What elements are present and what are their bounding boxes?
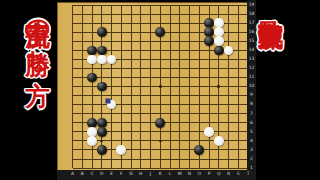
row-number-label: 15 xyxy=(247,39,256,44)
row-number-label: 9 xyxy=(247,93,256,98)
column-letter-label: H xyxy=(139,172,142,177)
black-stone xyxy=(155,118,165,128)
row-number-label: 10 xyxy=(247,84,256,89)
column-letter-label: M xyxy=(178,172,182,177)
row-number-label: 8 xyxy=(247,102,256,107)
black-stone xyxy=(97,46,107,56)
row-number-label: 17 xyxy=(247,21,256,26)
right-caption: 仲邑菫女流棋聖 xyxy=(258,1,283,180)
black-stone xyxy=(97,27,107,37)
last-move-marker xyxy=(106,99,109,102)
thumbnail-canvas: 19181716151413121110987654321 ABCDEFGHJK… xyxy=(0,0,320,180)
column-letter-label: S xyxy=(237,172,240,177)
white-stone xyxy=(214,136,224,146)
column-letter-label: G xyxy=(129,172,133,177)
black-stone xyxy=(214,46,224,56)
grid-line-horizontal xyxy=(73,113,249,114)
black-stone xyxy=(97,145,107,155)
grid-line-horizontal xyxy=(73,5,249,6)
column-letter-label: R xyxy=(227,172,230,177)
row-number-label: 18 xyxy=(247,12,256,17)
row-number-label: 4 xyxy=(247,139,256,144)
row-number-label: 11 xyxy=(247,75,256,80)
column-letter-label: J xyxy=(150,172,151,177)
column-letter-label: L xyxy=(169,172,172,177)
white-stone xyxy=(116,145,126,155)
star-point xyxy=(159,85,162,88)
column-letter-label: N xyxy=(188,172,191,177)
grid-line-horizontal xyxy=(73,104,249,105)
black-stone xyxy=(204,36,214,46)
white-stone xyxy=(214,36,224,46)
row-number-label: 6 xyxy=(247,121,256,126)
row-number-label: 13 xyxy=(247,57,256,62)
row-number-label: 5 xyxy=(247,130,256,135)
row-number-label: 19 xyxy=(247,3,256,8)
column-letter-label: O xyxy=(197,172,201,177)
column-letter-label: B xyxy=(81,172,84,177)
row-number-label: 2 xyxy=(247,157,256,162)
column-letter-label: D xyxy=(100,172,103,177)
black-stone xyxy=(87,46,97,56)
column-letter-label: C xyxy=(90,172,93,177)
grid-line-horizontal xyxy=(73,14,249,15)
row-number-label: 14 xyxy=(247,48,256,53)
star-point xyxy=(217,85,220,88)
black-stone xyxy=(97,82,107,92)
row-number-label: 3 xyxy=(247,148,256,153)
row-number-label: 7 xyxy=(247,112,256,117)
grid-line-horizontal xyxy=(73,168,249,169)
white-stone xyxy=(97,55,107,65)
column-letter-label: P xyxy=(208,172,211,177)
column-letter-label: F xyxy=(120,172,123,177)
grid-line-horizontal xyxy=(73,159,249,160)
black-stone xyxy=(194,145,204,155)
row-coordinate-strip: 19181716151413121110987654321 xyxy=(247,0,256,180)
white-stone xyxy=(87,136,97,146)
row-number-label: 16 xyxy=(247,30,256,35)
grid-line-horizontal xyxy=(73,77,249,78)
column-letter-label: E xyxy=(110,172,113,177)
left-caption: 宇宙流の勝ち方 xyxy=(25,1,50,180)
black-stone xyxy=(155,27,165,37)
row-number-label: 12 xyxy=(247,66,256,71)
column-letter-label: Q xyxy=(217,172,221,177)
black-stone xyxy=(97,127,107,137)
grid-line-horizontal xyxy=(73,95,249,96)
white-stone xyxy=(204,127,214,137)
grid-line-horizontal xyxy=(73,68,249,69)
star-point xyxy=(159,140,162,143)
column-letter-label: A xyxy=(71,172,74,177)
column-letter-label: T xyxy=(247,172,250,177)
black-stone xyxy=(87,73,97,83)
column-letter-label: K xyxy=(159,172,162,177)
white-stone xyxy=(87,55,97,65)
